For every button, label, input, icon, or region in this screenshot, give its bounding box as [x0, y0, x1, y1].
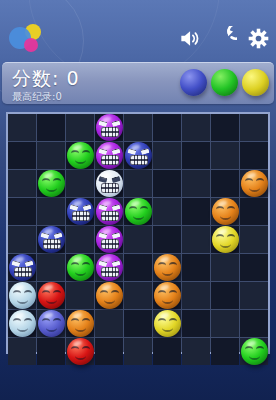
score-value: 0 — [66, 67, 79, 89]
smile-mouth — [75, 156, 86, 164]
board-cell[interactable] — [124, 254, 152, 281]
ball-face-happy — [67, 254, 94, 281]
angry-eye — [111, 148, 119, 154]
ball-blue[interactable] — [38, 226, 65, 253]
angry-eye — [99, 148, 107, 154]
board-cell[interactable] — [95, 198, 123, 225]
header — [0, 0, 276, 60]
gritted-teeth — [101, 127, 119, 137]
board-cell[interactable] — [95, 226, 123, 253]
gritted-teeth — [130, 155, 148, 165]
board-cell[interactable] — [153, 282, 181, 309]
ball-face-happy — [38, 310, 65, 337]
smile-mouth — [133, 212, 144, 220]
board-cell[interactable] — [66, 170, 94, 197]
board-cell[interactable] — [66, 142, 94, 169]
board-cell[interactable] — [95, 114, 123, 141]
ball-blue[interactable] — [67, 198, 94, 225]
ball-orange[interactable] — [154, 254, 181, 281]
board-cell[interactable] — [124, 310, 152, 337]
ball-orange[interactable] — [154, 282, 181, 309]
smile-mouth — [46, 184, 57, 192]
angry-eye — [111, 232, 119, 238]
angry-eye — [128, 148, 136, 154]
board-cell[interactable] — [153, 254, 181, 281]
board-cell[interactable] — [153, 114, 181, 141]
board-cell[interactable] — [8, 114, 36, 141]
ball-red[interactable] — [38, 282, 65, 309]
smile-mouth — [46, 324, 57, 332]
angry-eye — [82, 204, 90, 210]
board-cell[interactable] — [37, 170, 65, 197]
board-cell[interactable] — [66, 254, 94, 281]
gritted-teeth — [101, 267, 119, 277]
header-icons — [178, 26, 271, 51]
angry-eye — [99, 204, 107, 210]
game-screen: 分数: 0 最高纪录:0 — [0, 0, 276, 400]
gear-icon[interactable] — [246, 26, 271, 51]
ball-face-happy — [67, 310, 94, 337]
board-cell[interactable] — [211, 198, 239, 225]
angry-eye — [99, 232, 107, 238]
best-value: 0 — [55, 91, 61, 102]
board-cell[interactable] — [240, 142, 268, 169]
ball-yellow[interactable] — [212, 226, 239, 253]
ball-face-happy — [154, 310, 181, 337]
ball-white[interactable] — [96, 170, 123, 197]
board-cell[interactable] — [124, 282, 152, 309]
score-line: 分数: 0 — [12, 66, 80, 92]
next-ball-yellow — [242, 69, 269, 96]
ball-face-happy — [96, 282, 123, 309]
board-cell[interactable] — [182, 198, 210, 225]
board-cell[interactable] — [182, 310, 210, 337]
gritted-teeth — [43, 239, 61, 249]
gritted-teeth — [101, 239, 119, 249]
ball-face-happy — [212, 198, 239, 225]
board-cell[interactable] — [182, 282, 210, 309]
ball-face-angry — [96, 170, 123, 197]
ball-orange[interactable] — [67, 310, 94, 337]
board-cell[interactable] — [182, 114, 210, 141]
logo-pink-bubble — [24, 38, 38, 52]
score-panel: 分数: 0 最高纪录:0 — [2, 62, 274, 104]
board-cell[interactable] — [182, 170, 210, 197]
angry-eye — [70, 204, 78, 210]
ball-face-angry — [96, 114, 123, 141]
board-cell[interactable] — [66, 338, 94, 365]
board-cell[interactable] — [8, 282, 36, 309]
board-cell[interactable] — [8, 142, 36, 169]
ball-face-angry — [125, 142, 152, 169]
board-cell[interactable] — [153, 226, 181, 253]
gritted-teeth — [101, 211, 119, 221]
board-cell[interactable] — [66, 282, 94, 309]
ball-face-happy — [38, 282, 65, 309]
angry-eye — [12, 260, 20, 266]
board-cell[interactable] — [211, 114, 239, 141]
board-cell[interactable] — [37, 338, 65, 365]
ball-face-angry — [9, 254, 36, 281]
board-cell[interactable] — [124, 198, 152, 225]
angry-eye — [111, 204, 119, 210]
smile-mouth — [17, 324, 28, 332]
ball-purple[interactable] — [96, 198, 123, 225]
ball-face-happy — [154, 282, 181, 309]
board-cell[interactable] — [240, 226, 268, 253]
board-cell[interactable] — [153, 310, 181, 337]
smile-mouth — [249, 352, 260, 360]
score-label: 分数: — [12, 67, 59, 89]
board-cell[interactable] — [211, 310, 239, 337]
ball-face-happy — [241, 170, 268, 197]
smile-mouth — [75, 352, 86, 360]
ball-purple[interactable] — [96, 142, 123, 169]
smile-mouth — [17, 296, 28, 304]
ball-purple[interactable] — [96, 226, 123, 253]
next-ball-green — [211, 69, 238, 96]
ball-face-angry — [96, 198, 123, 225]
ball-green[interactable] — [67, 254, 94, 281]
board-cell[interactable] — [8, 338, 36, 365]
ball-red[interactable] — [67, 338, 94, 365]
ball-face-happy — [9, 310, 36, 337]
ball-yellow[interactable] — [154, 310, 181, 337]
board-cell[interactable] — [66, 226, 94, 253]
board-cell[interactable] — [66, 198, 94, 225]
ball-face-happy — [67, 142, 94, 169]
ball-orange[interactable] — [212, 198, 239, 225]
ball-green[interactable] — [67, 142, 94, 169]
board-cell[interactable] — [211, 254, 239, 281]
board-cell[interactable] — [95, 338, 123, 365]
ball-orange[interactable] — [241, 170, 268, 197]
ball-face-angry — [96, 226, 123, 253]
angry-eye — [111, 260, 119, 266]
smile-mouth — [75, 268, 86, 276]
ball-lightblue[interactable] — [9, 282, 36, 309]
board-cell[interactable] — [182, 142, 210, 169]
angry-eye — [99, 260, 107, 266]
smile-mouth — [104, 296, 115, 304]
ball-face-happy — [67, 338, 94, 365]
ball-face-angry — [38, 226, 65, 253]
ball-face-angry — [96, 142, 123, 169]
board-cell[interactable] — [66, 114, 94, 141]
board-cell[interactable] — [8, 310, 36, 337]
smile-mouth — [46, 296, 57, 304]
board-cell[interactable] — [124, 170, 152, 197]
angry-eye — [53, 232, 61, 238]
board-cell[interactable] — [211, 282, 239, 309]
board-cell[interactable] — [95, 254, 123, 281]
board-cell[interactable] — [240, 254, 268, 281]
ball-green[interactable] — [241, 338, 268, 365]
next-balls — [180, 69, 269, 96]
board-cell[interactable] — [66, 310, 94, 337]
bubbles-logo[interactable] — [9, 23, 45, 58]
angry-eye — [140, 148, 148, 154]
board-cell[interactable] — [8, 198, 36, 225]
board-cell[interactable] — [240, 170, 268, 197]
smile-mouth — [75, 324, 86, 332]
board-cell[interactable] — [240, 310, 268, 337]
board-cell[interactable] — [153, 170, 181, 197]
ball-blue[interactable] — [125, 142, 152, 169]
smile-mouth — [249, 184, 260, 192]
ball-face-happy — [38, 170, 65, 197]
ball-violet[interactable] — [38, 310, 65, 337]
angry-eye — [99, 176, 107, 182]
next-ball-blue — [180, 69, 207, 96]
ball-blue[interactable] — [9, 254, 36, 281]
board-cell[interactable] — [37, 114, 65, 141]
ball-face-happy — [212, 226, 239, 253]
ball-face-happy — [9, 282, 36, 309]
ball-lightblue[interactable] — [9, 310, 36, 337]
smile-mouth — [220, 240, 231, 248]
board-cell[interactable] — [124, 114, 152, 141]
board-cell[interactable] — [37, 254, 65, 281]
board-cell[interactable] — [240, 114, 268, 141]
angry-eye — [24, 260, 32, 266]
board-cell[interactable] — [8, 170, 36, 197]
board-cell[interactable] — [153, 198, 181, 225]
angry-eye — [111, 120, 119, 126]
board-cell[interactable] — [240, 282, 268, 309]
board-cell[interactable] — [8, 254, 36, 281]
board-cell[interactable] — [37, 226, 65, 253]
angry-eye — [111, 176, 119, 182]
ball-green[interactable] — [38, 170, 65, 197]
smile-mouth — [162, 268, 173, 276]
ball-green[interactable] — [125, 198, 152, 225]
board-cell[interactable] — [153, 338, 181, 365]
ball-face-angry — [67, 198, 94, 225]
board-cell[interactable] — [95, 282, 123, 309]
board-cell[interactable] — [211, 170, 239, 197]
ball-face-happy — [154, 254, 181, 281]
board-cell[interactable] — [37, 198, 65, 225]
board-cell[interactable] — [211, 338, 239, 365]
board-cell[interactable] — [240, 338, 268, 365]
board-cell[interactable] — [240, 198, 268, 225]
ball-orange[interactable] — [96, 282, 123, 309]
board-cell[interactable] — [95, 142, 123, 169]
ball-face-happy — [125, 198, 152, 225]
gritted-teeth — [14, 267, 32, 277]
smile-mouth — [162, 324, 173, 332]
best-label: 最高纪录: — [12, 91, 55, 102]
board-cell[interactable] — [211, 226, 239, 253]
board-cell[interactable] — [211, 142, 239, 169]
board-cell[interactable] — [124, 226, 152, 253]
best-line: 最高纪录:0 — [12, 90, 62, 104]
gritted-teeth — [72, 211, 90, 221]
board-cell[interactable] — [8, 226, 36, 253]
ball-purple[interactable] — [96, 114, 123, 141]
board-cell[interactable] — [37, 142, 65, 169]
gritted-teeth — [101, 155, 119, 165]
board-cell[interactable] — [124, 338, 152, 365]
board-cell[interactable] — [153, 142, 181, 169]
angry-eye — [41, 232, 49, 238]
smile-mouth — [220, 212, 231, 220]
angry-eye — [99, 120, 107, 126]
board-cell[interactable] — [182, 338, 210, 365]
smile-mouth — [162, 296, 173, 304]
ball-purple[interactable] — [96, 254, 123, 281]
speaker-icon[interactable] — [178, 26, 203, 51]
ball-face-angry — [96, 254, 123, 281]
board-cell[interactable] — [95, 170, 123, 197]
refresh-icon[interactable] — [212, 26, 237, 51]
board-cell[interactable] — [95, 310, 123, 337]
board-cell[interactable] — [37, 282, 65, 309]
board-cell[interactable] — [182, 226, 210, 253]
board-cell[interactable] — [124, 142, 152, 169]
board — [6, 112, 270, 354]
board-cell[interactable] — [182, 254, 210, 281]
gritted-teeth — [101, 183, 119, 193]
board-cell[interactable] — [37, 310, 65, 337]
ball-face-happy — [241, 338, 268, 365]
